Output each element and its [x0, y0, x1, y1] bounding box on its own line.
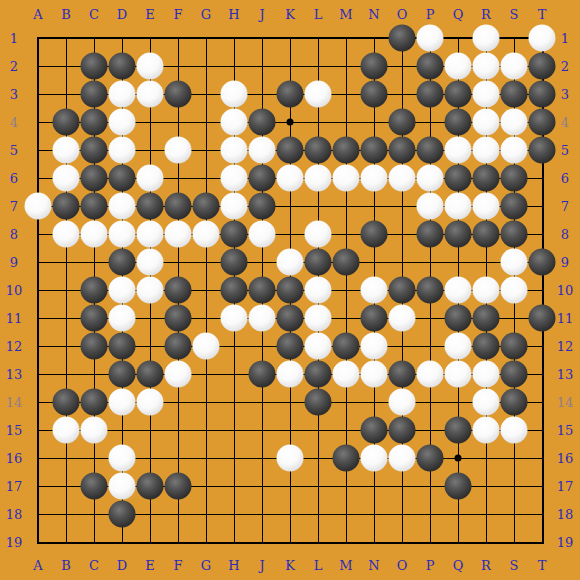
- col-label-bottom-T: T: [538, 558, 547, 573]
- col-label-bottom-A: A: [33, 558, 42, 573]
- black-stone-T5: [529, 137, 556, 164]
- white-stone-L11: [305, 305, 332, 332]
- black-stone-N5: [361, 137, 388, 164]
- row-label-right-8: 8: [561, 227, 569, 242]
- black-stone-T3: [529, 81, 556, 108]
- black-stone-J6: [249, 165, 276, 192]
- black-stone-C4: [81, 109, 108, 136]
- black-stone-R11: [473, 305, 500, 332]
- black-stone-S8: [501, 221, 528, 248]
- row-label-left-4: 4: [10, 115, 18, 130]
- white-stone-B6: [53, 165, 80, 192]
- black-stone-F12: [165, 333, 192, 360]
- black-stone-L14: [305, 389, 332, 416]
- white-stone-R14: [473, 389, 500, 416]
- white-stone-S2: [501, 53, 528, 80]
- col-label-top-Q: Q: [453, 7, 464, 22]
- col-label-bottom-H: H: [228, 558, 239, 573]
- white-stone-Q5: [445, 137, 472, 164]
- white-stone-L6: [305, 165, 332, 192]
- row-label-left-2: 2: [10, 59, 18, 74]
- white-stone-R10: [473, 277, 500, 304]
- col-label-bottom-Q: Q: [453, 558, 464, 573]
- black-stone-C10: [81, 277, 108, 304]
- col-label-bottom-J: J: [259, 558, 264, 573]
- white-stone-Q13: [445, 361, 472, 388]
- col-label-bottom-M: M: [339, 558, 352, 573]
- white-stone-M6: [333, 165, 360, 192]
- col-label-top-K: K: [285, 7, 295, 22]
- black-stone-D2: [109, 53, 136, 80]
- col-label-bottom-G: G: [201, 558, 211, 573]
- white-stone-C8: [81, 221, 108, 248]
- black-stone-C7: [81, 193, 108, 220]
- black-stone-Q8: [445, 221, 472, 248]
- row-label-left-13: 13: [6, 367, 23, 382]
- white-stone-S9: [501, 249, 528, 276]
- white-stone-J11: [249, 305, 276, 332]
- black-stone-S3: [501, 81, 528, 108]
- white-stone-D14: [109, 389, 136, 416]
- black-stone-C11: [81, 305, 108, 332]
- row-label-right-4: 4: [561, 115, 569, 130]
- col-label-bottom-F: F: [173, 558, 182, 573]
- white-stone-P7: [417, 193, 444, 220]
- black-stone-T2: [529, 53, 556, 80]
- col-label-bottom-B: B: [61, 558, 71, 573]
- black-stone-H9: [221, 249, 248, 276]
- row-label-left-1: 1: [10, 31, 18, 46]
- black-stone-O4: [389, 109, 416, 136]
- col-label-top-H: H: [228, 7, 239, 22]
- white-stone-D11: [109, 305, 136, 332]
- black-stone-D13: [109, 361, 136, 388]
- white-stone-R1: [473, 25, 500, 52]
- row-label-right-1: 1: [561, 31, 569, 46]
- white-stone-D7: [109, 193, 136, 220]
- black-stone-S12: [501, 333, 528, 360]
- col-label-top-S: S: [510, 7, 519, 22]
- white-stone-R2: [473, 53, 500, 80]
- col-label-bottom-N: N: [368, 558, 379, 573]
- col-label-top-T: T: [538, 7, 547, 22]
- black-stone-H8: [221, 221, 248, 248]
- black-stone-D9: [109, 249, 136, 276]
- black-stone-J13: [249, 361, 276, 388]
- black-stone-N11: [361, 305, 388, 332]
- white-stone-F8: [165, 221, 192, 248]
- row-label-left-6: 6: [10, 171, 18, 186]
- row-label-left-12: 12: [6, 339, 23, 354]
- black-stone-M9: [333, 249, 360, 276]
- row-label-right-19: 19: [557, 535, 574, 550]
- white-stone-K16: [277, 445, 304, 472]
- white-stone-T1: [529, 25, 556, 52]
- white-stone-L12: [305, 333, 332, 360]
- row-label-left-19: 19: [6, 535, 23, 550]
- black-stone-M12: [333, 333, 360, 360]
- black-stone-D18: [109, 501, 136, 528]
- black-stone-F10: [165, 277, 192, 304]
- row-label-left-14: 14: [6, 395, 23, 410]
- black-stone-F17: [165, 473, 192, 500]
- black-stone-C2: [81, 53, 108, 80]
- row-label-right-3: 3: [561, 87, 569, 102]
- white-stone-E14: [137, 389, 164, 416]
- col-label-top-N: N: [368, 7, 379, 22]
- white-stone-O11: [389, 305, 416, 332]
- black-stone-E13: [137, 361, 164, 388]
- row-label-right-18: 18: [557, 507, 574, 522]
- black-stone-N8: [361, 221, 388, 248]
- white-stone-L8: [305, 221, 332, 248]
- black-stone-M5: [333, 137, 360, 164]
- white-stone-R4: [473, 109, 500, 136]
- white-stone-E2: [137, 53, 164, 80]
- white-stone-D3: [109, 81, 136, 108]
- black-stone-K12: [277, 333, 304, 360]
- row-label-right-5: 5: [561, 143, 569, 158]
- star-point-Q16: [455, 455, 462, 462]
- white-stone-R7: [473, 193, 500, 220]
- black-stone-C3: [81, 81, 108, 108]
- white-stone-D4: [109, 109, 136, 136]
- row-label-right-6: 6: [561, 171, 569, 186]
- col-label-bottom-O: O: [397, 558, 408, 573]
- black-stone-C12: [81, 333, 108, 360]
- black-stone-P10: [417, 277, 444, 304]
- white-stone-E3: [137, 81, 164, 108]
- black-stone-K10: [277, 277, 304, 304]
- col-label-top-C: C: [89, 7, 99, 22]
- black-stone-J10: [249, 277, 276, 304]
- white-stone-N6: [361, 165, 388, 192]
- black-stone-K3: [277, 81, 304, 108]
- row-label-left-9: 9: [10, 255, 18, 270]
- row-label-right-12: 12: [557, 339, 574, 354]
- black-stone-K11: [277, 305, 304, 332]
- black-stone-J7: [249, 193, 276, 220]
- white-stone-R5: [473, 137, 500, 164]
- row-label-right-16: 16: [557, 451, 574, 466]
- white-stone-H6: [221, 165, 248, 192]
- black-stone-S14: [501, 389, 528, 416]
- col-label-top-B: B: [61, 7, 71, 22]
- white-stone-O14: [389, 389, 416, 416]
- black-stone-N2: [361, 53, 388, 80]
- white-stone-E6: [137, 165, 164, 192]
- row-label-right-2: 2: [561, 59, 569, 74]
- white-stone-N12: [361, 333, 388, 360]
- black-stone-Q15: [445, 417, 472, 444]
- white-stone-K9: [277, 249, 304, 276]
- black-stone-R12: [473, 333, 500, 360]
- go-board-screen: AABBCCDDEEFFGGHHJJKKLLMMNNOOPPQQRRSSTT11…: [0, 0, 580, 580]
- col-label-bottom-P: P: [426, 558, 435, 573]
- col-label-top-J: J: [259, 7, 264, 22]
- white-stone-G8: [193, 221, 220, 248]
- white-stone-H3: [221, 81, 248, 108]
- white-stone-B15: [53, 417, 80, 444]
- black-stone-T9: [529, 249, 556, 276]
- white-stone-D10: [109, 277, 136, 304]
- black-stone-S7: [501, 193, 528, 220]
- col-label-top-E: E: [145, 7, 155, 22]
- white-stone-Q10: [445, 277, 472, 304]
- black-stone-J4: [249, 109, 276, 136]
- black-stone-F7: [165, 193, 192, 220]
- black-stone-Q11: [445, 305, 472, 332]
- white-stone-S4: [501, 109, 528, 136]
- white-stone-L3: [305, 81, 332, 108]
- white-stone-R3: [473, 81, 500, 108]
- col-label-top-G: G: [201, 7, 211, 22]
- row-label-left-17: 17: [6, 479, 23, 494]
- black-stone-R6: [473, 165, 500, 192]
- black-stone-P3: [417, 81, 444, 108]
- star-point-K4: [287, 119, 294, 126]
- black-stone-Q3: [445, 81, 472, 108]
- row-label-left-16: 16: [6, 451, 23, 466]
- row-label-left-11: 11: [6, 311, 23, 326]
- row-label-right-11: 11: [557, 311, 574, 326]
- row-label-right-15: 15: [557, 423, 574, 438]
- row-label-right-10: 10: [557, 283, 574, 298]
- black-stone-L5: [305, 137, 332, 164]
- row-label-right-14: 14: [557, 395, 574, 410]
- white-stone-D8: [109, 221, 136, 248]
- white-stone-K13: [277, 361, 304, 388]
- white-stone-F5: [165, 137, 192, 164]
- black-stone-Q17: [445, 473, 472, 500]
- white-stone-E8: [137, 221, 164, 248]
- row-label-left-3: 3: [10, 87, 18, 102]
- white-stone-N10: [361, 277, 388, 304]
- black-stone-O1: [389, 25, 416, 52]
- white-stone-R13: [473, 361, 500, 388]
- white-stone-S15: [501, 417, 528, 444]
- white-stone-R15: [473, 417, 500, 444]
- black-stone-P8: [417, 221, 444, 248]
- col-label-top-M: M: [339, 7, 352, 22]
- col-label-bottom-S: S: [510, 558, 519, 573]
- row-label-right-17: 17: [557, 479, 574, 494]
- black-stone-N3: [361, 81, 388, 108]
- white-stone-O16: [389, 445, 416, 472]
- white-stone-M13: [333, 361, 360, 388]
- white-stone-H5: [221, 137, 248, 164]
- col-label-bottom-L: L: [314, 558, 323, 573]
- black-stone-H10: [221, 277, 248, 304]
- black-stone-T4: [529, 109, 556, 136]
- black-stone-P16: [417, 445, 444, 472]
- col-label-top-P: P: [426, 7, 435, 22]
- black-stone-M16: [333, 445, 360, 472]
- black-stone-P2: [417, 53, 444, 80]
- white-stone-F13: [165, 361, 192, 388]
- row-label-left-18: 18: [6, 507, 23, 522]
- col-label-top-D: D: [117, 7, 127, 22]
- black-stone-F3: [165, 81, 192, 108]
- row-label-left-5: 5: [10, 143, 18, 158]
- white-stone-Q12: [445, 333, 472, 360]
- black-stone-P5: [417, 137, 444, 164]
- col-label-bottom-R: R: [481, 558, 491, 573]
- black-stone-O10: [389, 277, 416, 304]
- col-label-bottom-C: C: [89, 558, 99, 573]
- black-stone-O15: [389, 417, 416, 444]
- black-stone-Q6: [445, 165, 472, 192]
- white-stone-H11: [221, 305, 248, 332]
- white-stone-O6: [389, 165, 416, 192]
- white-stone-J8: [249, 221, 276, 248]
- white-stone-B8: [53, 221, 80, 248]
- white-stone-A7: [25, 193, 52, 220]
- black-stone-D6: [109, 165, 136, 192]
- col-label-bottom-E: E: [145, 558, 155, 573]
- white-stone-H7: [221, 193, 248, 220]
- white-stone-N16: [361, 445, 388, 472]
- white-stone-P13: [417, 361, 444, 388]
- white-stone-S10: [501, 277, 528, 304]
- white-stone-P6: [417, 165, 444, 192]
- row-label-left-15: 15: [6, 423, 23, 438]
- black-stone-L9: [305, 249, 332, 276]
- black-stone-F11: [165, 305, 192, 332]
- black-stone-O13: [389, 361, 416, 388]
- white-stone-N13: [361, 361, 388, 388]
- white-stone-Q7: [445, 193, 472, 220]
- col-label-top-R: R: [481, 7, 491, 22]
- row-label-left-8: 8: [10, 227, 18, 242]
- col-label-bottom-K: K: [285, 558, 295, 573]
- white-stone-K6: [277, 165, 304, 192]
- black-stone-S13: [501, 361, 528, 388]
- black-stone-C6: [81, 165, 108, 192]
- white-stone-J5: [249, 137, 276, 164]
- black-stone-B14: [53, 389, 80, 416]
- black-stone-C14: [81, 389, 108, 416]
- black-stone-R8: [473, 221, 500, 248]
- white-stone-H4: [221, 109, 248, 136]
- col-label-bottom-D: D: [117, 558, 127, 573]
- black-stone-B7: [53, 193, 80, 220]
- black-stone-N15: [361, 417, 388, 444]
- white-stone-D17: [109, 473, 136, 500]
- black-stone-D12: [109, 333, 136, 360]
- row-label-left-7: 7: [10, 199, 18, 214]
- white-stone-Q2: [445, 53, 472, 80]
- white-stone-E10: [137, 277, 164, 304]
- white-stone-D16: [109, 445, 136, 472]
- white-stone-S5: [501, 137, 528, 164]
- col-label-top-O: O: [397, 7, 408, 22]
- black-stone-B4: [53, 109, 80, 136]
- black-stone-S6: [501, 165, 528, 192]
- white-stone-P1: [417, 25, 444, 52]
- black-stone-G7: [193, 193, 220, 220]
- col-label-top-A: A: [33, 7, 42, 22]
- row-label-right-13: 13: [557, 367, 574, 382]
- white-stone-L10: [305, 277, 332, 304]
- black-stone-O5: [389, 137, 416, 164]
- black-stone-K5: [277, 137, 304, 164]
- white-stone-C15: [81, 417, 108, 444]
- white-stone-B5: [53, 137, 80, 164]
- black-stone-T11: [529, 305, 556, 332]
- col-label-top-F: F: [173, 7, 182, 22]
- black-stone-E17: [137, 473, 164, 500]
- col-label-top-L: L: [314, 7, 323, 22]
- white-stone-G12: [193, 333, 220, 360]
- black-stone-E7: [137, 193, 164, 220]
- black-stone-C17: [81, 473, 108, 500]
- row-label-right-7: 7: [561, 199, 569, 214]
- white-stone-D5: [109, 137, 136, 164]
- black-stone-L13: [305, 361, 332, 388]
- black-stone-C5: [81, 137, 108, 164]
- black-stone-Q4: [445, 109, 472, 136]
- white-stone-E9: [137, 249, 164, 276]
- row-label-left-10: 10: [6, 283, 23, 298]
- row-label-right-9: 9: [561, 255, 569, 270]
